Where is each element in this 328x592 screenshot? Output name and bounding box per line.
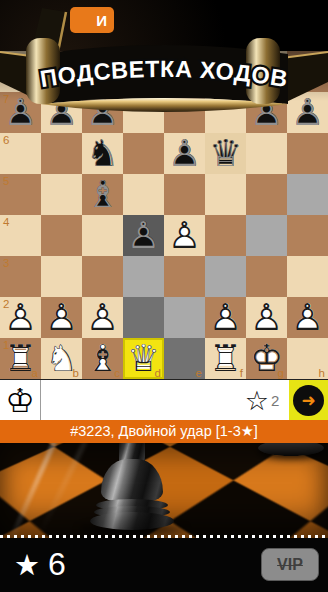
rank-label-3: 3	[3, 257, 9, 269]
puzzle-title-bar: #3223, Двойной удар [1-3★]	[0, 420, 328, 443]
bottom-bar: ★ 6 VIP	[0, 538, 328, 592]
move-entry-row: ♔ ☆ 2 ➜	[0, 379, 328, 420]
square-d3[interactable]	[123, 256, 164, 297]
square-g1[interactable]: g♚♔	[246, 338, 287, 379]
piece-white-pawn: ♟♙	[246, 297, 287, 338]
file-label-e: e	[196, 367, 202, 379]
square-c7[interactable]: ♟♙	[82, 92, 123, 133]
rank-label-6: 6	[3, 134, 9, 146]
square-f3[interactable]	[205, 256, 246, 297]
square-g7[interactable]: ♟♙	[246, 92, 287, 133]
square-d5[interactable]	[123, 174, 164, 215]
square-a4[interactable]: 4	[0, 215, 41, 256]
square-h6[interactable]	[287, 133, 328, 174]
square-a3[interactable]: 3	[0, 256, 41, 297]
arrow-right-icon: ➜	[301, 392, 315, 409]
square-b4[interactable]	[41, 215, 82, 256]
square-e3[interactable]	[164, 256, 205, 297]
square-b7[interactable]: ♟♙	[41, 92, 82, 133]
square-h3[interactable]	[287, 256, 328, 297]
square-h1[interactable]: h	[287, 338, 328, 379]
file-label-b: b	[73, 367, 79, 379]
star-count: 2	[271, 392, 279, 409]
square-a7[interactable]: 7♟♙	[0, 92, 41, 133]
square-d7[interactable]	[123, 92, 164, 133]
square-c8[interactable]	[82, 51, 123, 92]
square-b8[interactable]	[41, 51, 82, 92]
file-label-g: g	[278, 367, 284, 379]
piece-black-rook: ♜♖	[287, 51, 328, 92]
square-e2[interactable]	[164, 297, 205, 338]
hint-star-counter[interactable]: ☆ 2	[237, 380, 287, 420]
square-e1[interactable]: e	[164, 338, 205, 379]
square-b1[interactable]: b♞♘	[41, 338, 82, 379]
move-input[interactable]	[41, 380, 237, 420]
square-h7[interactable]: ♟♙	[287, 92, 328, 133]
vip-button[interactable]: VIP	[261, 548, 319, 581]
file-label-h: h	[319, 367, 325, 379]
square-d4[interactable]: ♟♙	[123, 215, 164, 256]
square-a2[interactable]: 2♟♙	[0, 297, 41, 338]
square-a5[interactable]: 5	[0, 174, 41, 215]
square-f2[interactable]: ♟♙	[205, 297, 246, 338]
piece-white-pawn: ♟♙	[164, 215, 205, 256]
square-e4[interactable]: ♟♙	[164, 215, 205, 256]
square-d8[interactable]	[123, 51, 164, 92]
square-b2[interactable]: ♟♙	[41, 297, 82, 338]
piece-black-pawn: ♟♙	[82, 92, 123, 133]
square-g5[interactable]	[246, 174, 287, 215]
square-c2[interactable]: ♟♙	[82, 297, 123, 338]
square-h2[interactable]: ♟♙	[287, 297, 328, 338]
square-f5[interactable]	[205, 174, 246, 215]
square-e8[interactable]: ♚♔	[164, 51, 205, 92]
file-label-d: d	[155, 367, 161, 379]
piece-black-queen: ♛♕	[205, 133, 246, 174]
piece-black-bishop: ♝♗	[82, 174, 123, 215]
square-b5[interactable]	[41, 174, 82, 215]
next-button[interactable]: ➜	[287, 380, 328, 420]
square-e7[interactable]	[164, 92, 205, 133]
square-h4[interactable]	[287, 215, 328, 256]
square-c5[interactable]: ♝♗	[82, 174, 123, 215]
square-f1[interactable]: f♜♖	[205, 338, 246, 379]
star-outline-icon: ☆	[245, 387, 269, 414]
file-label-c: c	[114, 367, 120, 379]
top-menu-button[interactable]: И	[70, 7, 114, 33]
piece-black-king: ♚♔	[164, 51, 205, 92]
piece-black-pawn: ♟♙	[287, 92, 328, 133]
square-d1[interactable]: d♛♕	[123, 338, 164, 379]
rank-label-2: 2	[3, 298, 9, 310]
square-h8[interactable]: ♜♖	[287, 51, 328, 92]
square-g3[interactable]	[246, 256, 287, 297]
square-f4[interactable]	[205, 215, 246, 256]
top-menu-button-label: И	[96, 12, 107, 29]
square-f6[interactable]: ♛♕	[205, 133, 246, 174]
photo-vignette	[0, 443, 328, 538]
square-e5[interactable]	[164, 174, 205, 215]
next-button-circle: ➜	[293, 385, 324, 416]
score-value: 6	[48, 546, 66, 583]
piece-black-pawn: ♟♙	[246, 92, 287, 133]
piece-white-pawn: ♟♙	[205, 297, 246, 338]
square-c4[interactable]	[82, 215, 123, 256]
rank-label-5: 5	[3, 175, 9, 187]
file-label-a: a	[32, 367, 38, 379]
white-king-icon: ♔	[0, 380, 41, 420]
star-icon: ★	[14, 548, 40, 582]
square-a8[interactable]: 8♜♖	[0, 51, 41, 92]
square-c1[interactable]: c♝♗	[82, 338, 123, 379]
square-g2[interactable]: ♟♙	[246, 297, 287, 338]
square-g6[interactable]	[246, 133, 287, 174]
square-c3[interactable]	[82, 256, 123, 297]
piece-black-pawn: ♟♙	[41, 92, 82, 133]
square-f7[interactable]	[205, 92, 246, 133]
square-a6[interactable]: 6	[0, 133, 41, 174]
chess-puzzle-app: И 8♜♖♚♔♜♖7♟♙♟♙♟♙♟♙♟♙6♞♘♟♙♛♕5♝♗4♟♙♟♙32♟♙♟…	[0, 0, 328, 592]
rank-label-7: 7	[3, 93, 9, 105]
square-d6[interactable]	[123, 133, 164, 174]
square-b3[interactable]	[41, 256, 82, 297]
file-label-f: f	[240, 367, 243, 379]
square-f8[interactable]	[205, 51, 246, 92]
square-h5[interactable]	[287, 174, 328, 215]
piece-white-pawn: ♟♙	[82, 297, 123, 338]
square-g4[interactable]	[246, 215, 287, 256]
square-g8[interactable]	[246, 51, 287, 92]
piece-black-pawn: ♟♙	[164, 133, 205, 174]
square-a1[interactable]: 1a♜♖	[0, 338, 41, 379]
chess-board[interactable]: 8♜♖♚♔♜♖7♟♙♟♙♟♙♟♙♟♙6♞♘♟♙♛♕5♝♗4♟♙♟♙32♟♙♟♙♟…	[0, 51, 328, 379]
piece-black-pawn: ♟♙	[123, 215, 164, 256]
piece-white-pawn: ♟♙	[287, 297, 328, 338]
square-e6[interactable]: ♟♙	[164, 133, 205, 174]
square-c6[interactable]: ♞♘	[82, 133, 123, 174]
square-d2[interactable]	[123, 297, 164, 338]
top-bar: И	[0, 0, 328, 51]
chess-photo-banner[interactable]	[0, 443, 328, 538]
square-b6[interactable]	[41, 133, 82, 174]
rank-label-8: 8	[3, 52, 9, 64]
piece-black-knight: ♞♘	[82, 133, 123, 174]
rank-label-1: 1	[3, 339, 9, 351]
piece-white-pawn: ♟♙	[41, 297, 82, 338]
rank-label-4: 4	[3, 216, 9, 228]
